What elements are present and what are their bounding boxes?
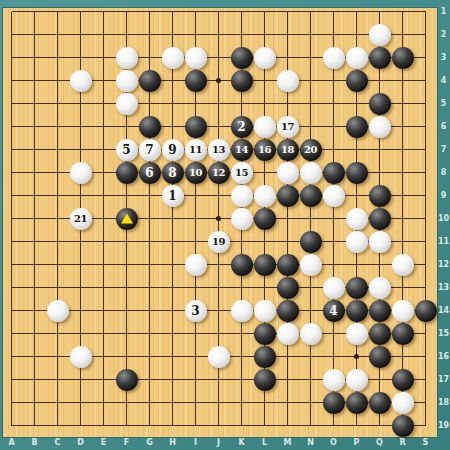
grid-line-vertical (333, 12, 334, 426)
white-stone-M15 (277, 323, 299, 345)
white-stone-Q13 (369, 277, 391, 299)
grid-line-horizontal (12, 425, 426, 426)
white-stone-M4 (277, 70, 299, 92)
black-stone-M13 (277, 277, 299, 299)
row-label-12: 12 (437, 260, 450, 270)
goban-grid[interactable]: 217579111314161820681012151211934 (0, 0, 450, 450)
white-stone-L6 (254, 116, 276, 138)
black-stone-M12 (277, 254, 299, 276)
white-stone-F3 (116, 47, 138, 69)
black-stone-L15 (254, 323, 276, 345)
move-number-18: 18 (281, 144, 294, 154)
white-stone-N8 (300, 162, 322, 184)
black-stone-L17 (254, 369, 276, 391)
row-label-2: 2 (437, 30, 450, 40)
move-number-4: 4 (329, 304, 337, 316)
black-stone-I4 (185, 70, 207, 92)
black-stone-K7: 14 (231, 139, 253, 161)
black-stone-Q3 (369, 47, 391, 69)
white-stone-I3 (185, 47, 207, 69)
move-number-9: 9 (168, 143, 176, 155)
column-label-F: F (120, 438, 134, 448)
grid-line-vertical (425, 12, 426, 426)
black-stone-L12 (254, 254, 276, 276)
move-number-21: 21 (74, 213, 87, 223)
black-stone-Q5 (369, 93, 391, 115)
black-stone-Q10 (369, 208, 391, 230)
white-stone-D10: 21 (70, 208, 92, 230)
white-stone-H9: 1 (162, 185, 184, 207)
grid-line-vertical (310, 12, 311, 426)
black-stone-K6: 2 (231, 116, 253, 138)
move-number-19: 19 (212, 236, 225, 246)
move-number-11: 11 (189, 144, 202, 154)
move-number-17: 17 (281, 121, 294, 131)
white-stone-L14 (254, 300, 276, 322)
column-label-S: S (419, 438, 433, 448)
column-label-D: D (74, 438, 88, 448)
white-stone-P3 (346, 47, 368, 69)
white-stone-G7: 7 (139, 139, 161, 161)
white-stone-O17 (323, 369, 345, 391)
white-stone-F7: 5 (116, 139, 138, 161)
row-label-4: 4 (437, 76, 450, 86)
black-stone-Q15 (369, 323, 391, 345)
black-stone-I6 (185, 116, 207, 138)
white-stone-K14 (231, 300, 253, 322)
black-stone-P13 (346, 277, 368, 299)
black-stone-Q16 (369, 346, 391, 368)
white-stone-H3 (162, 47, 184, 69)
move-number-5: 5 (122, 143, 130, 155)
white-stone-Q6 (369, 116, 391, 138)
white-stone-N15 (300, 323, 322, 345)
row-label-16: 16 (437, 352, 450, 362)
black-stone-N9 (300, 185, 322, 207)
black-stone-O14: 4 (323, 300, 345, 322)
column-label-G: G (143, 438, 157, 448)
black-stone-S14 (415, 300, 437, 322)
triangle-marker-icon (121, 213, 133, 223)
column-label-O: O (327, 438, 341, 448)
black-stone-M14 (277, 300, 299, 322)
black-stone-I8: 10 (185, 162, 207, 184)
star-point-P16 (354, 354, 359, 359)
black-stone-N11 (300, 231, 322, 253)
white-stone-Q2 (369, 24, 391, 46)
star-point-J4 (216, 78, 221, 83)
move-number-10: 10 (189, 167, 202, 177)
black-stone-H8: 8 (162, 162, 184, 184)
move-number-7: 7 (145, 143, 153, 155)
black-stone-F17 (116, 369, 138, 391)
move-number-3: 3 (191, 304, 199, 316)
go-diagram: 217579111314161820681012151211934 ABCDEF… (0, 0, 450, 450)
white-stone-H7: 9 (162, 139, 184, 161)
row-label-3: 3 (437, 53, 450, 63)
move-number-2: 2 (237, 120, 245, 132)
white-stone-P11 (346, 231, 368, 253)
white-stone-I14: 3 (185, 300, 207, 322)
column-label-E: E (97, 438, 111, 448)
row-label-7: 7 (437, 145, 450, 155)
white-stone-L9 (254, 185, 276, 207)
white-stone-K10 (231, 208, 253, 230)
black-stone-M9 (277, 185, 299, 207)
white-stone-D4 (70, 70, 92, 92)
black-stone-J8: 12 (208, 162, 230, 184)
white-stone-C14 (47, 300, 69, 322)
black-stone-R3 (392, 47, 414, 69)
column-label-L: L (258, 438, 272, 448)
black-stone-G4 (139, 70, 161, 92)
column-label-R: R (396, 438, 410, 448)
black-stone-L10 (254, 208, 276, 230)
black-stone-P6 (346, 116, 368, 138)
move-number-16: 16 (258, 144, 271, 154)
black-stone-K3 (231, 47, 253, 69)
black-stone-M7: 18 (277, 139, 299, 161)
row-label-19: 19 (437, 421, 450, 431)
row-label-10: 10 (437, 214, 450, 224)
move-number-15: 15 (235, 167, 248, 177)
black-stone-O8 (323, 162, 345, 184)
white-stone-P10 (346, 208, 368, 230)
row-label-1: 1 (437, 7, 450, 17)
row-label-5: 5 (437, 99, 450, 109)
black-stone-P4 (346, 70, 368, 92)
row-label-11: 11 (437, 237, 450, 247)
black-stone-G6 (139, 116, 161, 138)
white-stone-N12 (300, 254, 322, 276)
column-label-N: N (304, 438, 318, 448)
white-stone-M6: 17 (277, 116, 299, 138)
row-label-13: 13 (437, 283, 450, 293)
row-label-6: 6 (437, 122, 450, 132)
black-stone-K4 (231, 70, 253, 92)
white-stone-R12 (392, 254, 414, 276)
white-stone-R14 (392, 300, 414, 322)
white-stone-O3 (323, 47, 345, 69)
black-stone-N7: 20 (300, 139, 322, 161)
black-stone-L7: 16 (254, 139, 276, 161)
black-stone-F8 (116, 162, 138, 184)
black-stone-Q14 (369, 300, 391, 322)
white-stone-F5 (116, 93, 138, 115)
black-stone-Q18 (369, 392, 391, 414)
white-stone-F4 (116, 70, 138, 92)
move-number-1: 1 (168, 189, 176, 201)
black-stone-L16 (254, 346, 276, 368)
black-stone-Q9 (369, 185, 391, 207)
black-stone-K12 (231, 254, 253, 276)
white-stone-M8 (277, 162, 299, 184)
column-label-I: I (189, 438, 203, 448)
black-stone-R17 (392, 369, 414, 391)
white-stone-D16 (70, 346, 92, 368)
column-label-H: H (166, 438, 180, 448)
white-stone-O13 (323, 277, 345, 299)
white-stone-P17 (346, 369, 368, 391)
white-stone-L3 (254, 47, 276, 69)
row-label-14: 14 (437, 306, 450, 316)
black-stone-R19 (392, 415, 414, 437)
column-label-B: B (28, 438, 42, 448)
grid-line-vertical (402, 12, 403, 426)
white-stone-J16 (208, 346, 230, 368)
row-label-15: 15 (437, 329, 450, 339)
grid-line-horizontal (12, 264, 426, 265)
white-stone-I12 (185, 254, 207, 276)
black-stone-F10 (116, 208, 138, 230)
row-label-18: 18 (437, 398, 450, 408)
black-stone-P8 (346, 162, 368, 184)
white-stone-J7: 13 (208, 139, 230, 161)
black-stone-G8: 6 (139, 162, 161, 184)
move-number-20: 20 (304, 144, 317, 154)
row-label-8: 8 (437, 168, 450, 178)
column-label-A: A (5, 438, 19, 448)
column-label-P: P (350, 438, 364, 448)
black-stone-R15 (392, 323, 414, 345)
row-label-9: 9 (437, 191, 450, 201)
white-stone-I7: 11 (185, 139, 207, 161)
move-number-13: 13 (212, 144, 225, 154)
move-number-8: 8 (168, 166, 176, 178)
column-label-C: C (51, 438, 65, 448)
move-number-12: 12 (212, 167, 225, 177)
column-label-Q: Q (373, 438, 387, 448)
white-stone-D8 (70, 162, 92, 184)
column-label-K: K (235, 438, 249, 448)
white-stone-Q11 (369, 231, 391, 253)
black-stone-P14 (346, 300, 368, 322)
black-stone-P18 (346, 392, 368, 414)
white-stone-K9 (231, 185, 253, 207)
column-label-M: M (281, 438, 295, 448)
move-number-6: 6 (145, 166, 153, 178)
white-stone-P15 (346, 323, 368, 345)
star-point-J10 (216, 216, 221, 221)
white-stone-J11: 19 (208, 231, 230, 253)
row-label-17: 17 (437, 375, 450, 385)
move-number-14: 14 (235, 144, 248, 154)
column-label-J: J (212, 438, 226, 448)
white-stone-O9 (323, 185, 345, 207)
white-stone-K8: 15 (231, 162, 253, 184)
black-stone-O18 (323, 392, 345, 414)
white-stone-R18 (392, 392, 414, 414)
